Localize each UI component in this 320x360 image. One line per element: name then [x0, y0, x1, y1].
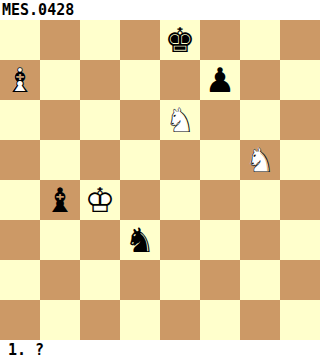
square-e8[interactable]: ♚ [160, 20, 200, 60]
square-c4[interactable]: ♚♔ [80, 180, 120, 220]
diagram-id-label: MES.0428 [0, 0, 320, 20]
square-e6[interactable]: ♞♘ [160, 100, 200, 140]
piece-black-king: ♚ [160, 20, 200, 60]
square-f6[interactable] [200, 100, 240, 140]
square-c7[interactable] [80, 60, 120, 100]
square-b3[interactable] [40, 220, 80, 260]
square-h8[interactable] [280, 20, 320, 60]
square-b2[interactable] [40, 260, 80, 300]
square-h7[interactable] [280, 60, 320, 100]
square-a7[interactable]: ♝♗ [0, 60, 40, 100]
square-h1[interactable] [280, 300, 320, 340]
square-h5[interactable] [280, 140, 320, 180]
square-e5[interactable] [160, 140, 200, 180]
square-b4[interactable]: ♝ [40, 180, 80, 220]
square-c5[interactable] [80, 140, 120, 180]
piece-black-bishop: ♝ [40, 180, 80, 220]
piece-white-king: ♚♔ [80, 180, 120, 220]
piece-black-knight: ♞ [120, 220, 160, 260]
square-d1[interactable] [120, 300, 160, 340]
square-c1[interactable] [80, 300, 120, 340]
square-f5[interactable] [200, 140, 240, 180]
square-g3[interactable] [240, 220, 280, 260]
square-d6[interactable] [120, 100, 160, 140]
square-g6[interactable] [240, 100, 280, 140]
square-a4[interactable] [0, 180, 40, 220]
piece-white-knight: ♞♘ [240, 140, 280, 180]
square-c6[interactable] [80, 100, 120, 140]
square-a5[interactable] [0, 140, 40, 180]
square-f4[interactable] [200, 180, 240, 220]
square-b5[interactable] [40, 140, 80, 180]
square-e7[interactable] [160, 60, 200, 100]
square-e4[interactable] [160, 180, 200, 220]
square-g4[interactable] [240, 180, 280, 220]
square-d2[interactable] [120, 260, 160, 300]
square-d5[interactable] [120, 140, 160, 180]
square-c2[interactable] [80, 260, 120, 300]
square-b6[interactable] [40, 100, 80, 140]
square-d4[interactable] [120, 180, 160, 220]
square-f1[interactable] [200, 300, 240, 340]
square-b8[interactable] [40, 20, 80, 60]
square-e1[interactable] [160, 300, 200, 340]
square-d3[interactable]: ♞ [120, 220, 160, 260]
square-a1[interactable] [0, 300, 40, 340]
square-c3[interactable] [80, 220, 120, 260]
square-d7[interactable] [120, 60, 160, 100]
move-prompt: 1. ? [0, 340, 320, 360]
square-g7[interactable] [240, 60, 280, 100]
square-h3[interactable] [280, 220, 320, 260]
chess-board: ♚♝♗♟♞♘♞♘♝♚♔♞ [0, 20, 320, 340]
square-b7[interactable] [40, 60, 80, 100]
piece-white-knight: ♞♘ [160, 100, 200, 140]
square-h4[interactable] [280, 180, 320, 220]
square-a8[interactable] [0, 20, 40, 60]
square-e3[interactable] [160, 220, 200, 260]
square-g8[interactable] [240, 20, 280, 60]
square-c8[interactable] [80, 20, 120, 60]
square-g2[interactable] [240, 260, 280, 300]
chess-diagram: MES.0428 ♚♝♗♟♞♘♞♘♝♚♔♞ 1. ? [0, 0, 320, 360]
square-f2[interactable] [200, 260, 240, 300]
square-a3[interactable] [0, 220, 40, 260]
square-f8[interactable] [200, 20, 240, 60]
piece-black-pawn: ♟ [200, 60, 240, 100]
square-e2[interactable] [160, 260, 200, 300]
square-g5[interactable]: ♞♘ [240, 140, 280, 180]
square-h2[interactable] [280, 260, 320, 300]
square-a6[interactable] [0, 100, 40, 140]
square-d8[interactable] [120, 20, 160, 60]
square-a2[interactable] [0, 260, 40, 300]
piece-white-bishop: ♝♗ [0, 60, 40, 100]
square-b1[interactable] [40, 300, 80, 340]
square-h6[interactable] [280, 100, 320, 140]
square-f7[interactable]: ♟ [200, 60, 240, 100]
square-g1[interactable] [240, 300, 280, 340]
square-f3[interactable] [200, 220, 240, 260]
